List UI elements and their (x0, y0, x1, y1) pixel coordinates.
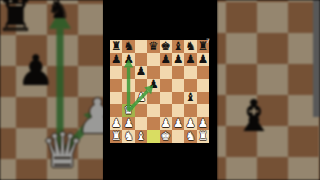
square-f2[interactable]: ♟ (172, 117, 184, 130)
square-g1[interactable]: ♞ (184, 130, 196, 143)
square-a8[interactable]: ♜ (110, 40, 122, 53)
piece-white-knight-b1[interactable]: ♞ (122, 130, 134, 143)
square-c1[interactable]: ♝ (135, 130, 147, 143)
square-c8[interactable] (135, 40, 147, 53)
square-b8[interactable]: ♞ (122, 40, 134, 53)
square-a1[interactable]: ♜ (110, 130, 122, 143)
square-c3[interactable] (135, 104, 147, 117)
piece-black-pawn-f7[interactable]: ♟ (172, 53, 184, 66)
piece-black-pawn-a7[interactable]: ♟ (110, 53, 122, 66)
square-f5[interactable] (172, 79, 184, 92)
piece-black-rook-a8[interactable]: ♜ (110, 40, 122, 53)
square-f6[interactable] (172, 66, 184, 79)
square-a6[interactable] (110, 66, 122, 79)
piece-white-king-e1[interactable]: ♚ (160, 130, 172, 143)
square-h5[interactable] (197, 79, 209, 92)
square-b7[interactable]: ♟ (122, 53, 134, 66)
square-e8[interactable]: ♚ (160, 40, 172, 53)
background-board-left: ♜♞♟♟♛ (0, 0, 104, 180)
square-c4[interactable]: ♟ (135, 92, 147, 105)
piece-black-bishop-g4[interactable]: ♝ (184, 92, 196, 105)
square-d1[interactable] (147, 130, 159, 143)
corner-artifact-text: 7 (206, 38, 210, 44)
background-white-queen: ♛ (41, 126, 84, 174)
square-d7[interactable] (147, 53, 159, 66)
square-a4[interactable] (110, 92, 122, 105)
square-c6[interactable]: ♟ (135, 66, 147, 79)
square-a5[interactable] (110, 79, 122, 92)
square-b1[interactable]: ♞ (122, 130, 134, 143)
piece-black-bishop-f8[interactable]: ♝ (172, 40, 184, 53)
square-f4[interactable] (172, 92, 184, 105)
square-e1[interactable]: ♚ (160, 130, 172, 143)
piece-black-pawn-g7[interactable]: ♟ (184, 53, 196, 66)
piece-black-king-e8[interactable]: ♚ (160, 40, 172, 53)
piece-white-pawn-c4[interactable]: ♟ (135, 92, 147, 105)
video-frame: ♜♞♟♟♛ ♝ ♜♞♛♚♝♞♜♟♟♟♟♟♟♟♟♟♝♛♟♟♟♟♟♟♜♞♝♚♞♜ 7 (0, 0, 320, 180)
square-h6[interactable] (197, 66, 209, 79)
piece-black-queen-d8[interactable]: ♛ (147, 40, 159, 53)
square-d3[interactable] (147, 104, 159, 117)
square-f7[interactable]: ♟ (172, 53, 184, 66)
square-b5[interactable] (122, 79, 134, 92)
background-black-pawn: ♟ (17, 50, 55, 92)
square-d8[interactable]: ♛ (147, 40, 159, 53)
piece-black-pawn-e7[interactable]: ♟ (160, 53, 172, 66)
square-g7[interactable]: ♟ (184, 53, 196, 66)
square-e6[interactable] (160, 66, 172, 79)
background-black-bishop: ♝ (234, 94, 273, 138)
background-black-rook: ♜ (0, 0, 35, 38)
square-b6[interactable] (122, 66, 134, 79)
square-e5[interactable] (160, 79, 172, 92)
square-g8[interactable]: ♞ (184, 40, 196, 53)
square-a7[interactable]: ♟ (110, 53, 122, 66)
piece-black-pawn-h7[interactable]: ♟ (197, 53, 209, 66)
square-h4[interactable] (197, 92, 209, 105)
square-f1[interactable] (172, 130, 184, 143)
square-d4[interactable] (147, 92, 159, 105)
square-e7[interactable]: ♟ (160, 53, 172, 66)
piece-black-knight-b8[interactable]: ♞ (122, 40, 134, 53)
piece-black-knight-g8[interactable]: ♞ (184, 40, 196, 53)
square-h1[interactable]: ♜ (197, 130, 209, 143)
piece-black-pawn-b7[interactable]: ♟ (122, 53, 134, 66)
chess-board[interactable]: ♜♞♛♚♝♞♜♟♟♟♟♟♟♟♟♟♝♛♟♟♟♟♟♟♜♞♝♚♞♜ (110, 40, 209, 143)
background-black-knight: ♞ (47, 0, 70, 22)
piece-white-rook-a1[interactable]: ♜ (110, 130, 122, 143)
background-board-right: ♝ (217, 0, 320, 180)
piece-black-pawn-c6[interactable]: ♟ (135, 66, 147, 79)
piece-white-pawn-f2[interactable]: ♟ (172, 117, 184, 130)
piece-white-bishop-c1[interactable]: ♝ (135, 130, 147, 143)
square-g4[interactable]: ♝ (184, 92, 196, 105)
square-d5[interactable]: ♟ (147, 79, 159, 92)
square-h7[interactable]: ♟ (197, 53, 209, 66)
square-e4[interactable] (160, 92, 172, 105)
square-g6[interactable] (184, 66, 196, 79)
square-f8[interactable]: ♝ (172, 40, 184, 53)
piece-white-rook-h1[interactable]: ♜ (197, 130, 209, 143)
piece-white-knight-g1[interactable]: ♞ (184, 130, 196, 143)
piece-black-pawn-d5[interactable]: ♟ (147, 79, 159, 92)
square-d2[interactable] (147, 117, 159, 130)
